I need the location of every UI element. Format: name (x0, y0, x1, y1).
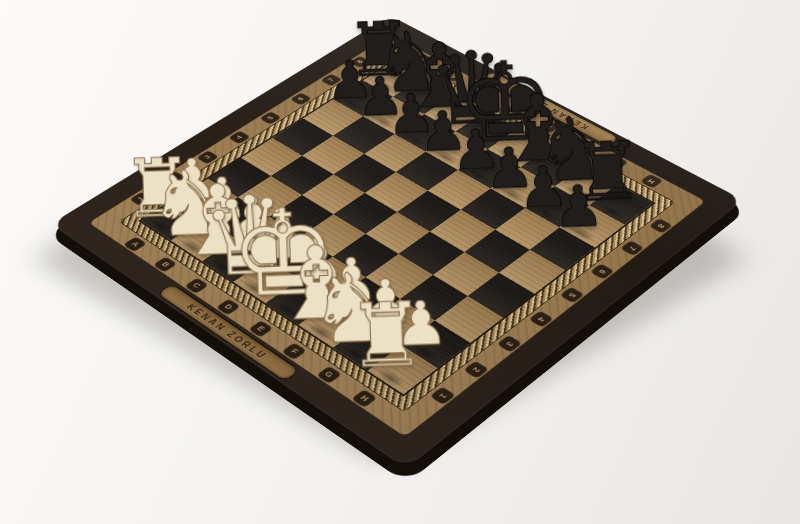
photo-stage: ABCDEFGH ABCDEFGH 87654321 87654321 KENA… (0, 0, 800, 524)
piece-white-rook-h1[interactable]: ♜ (308, 289, 465, 382)
board-tilt-wrapper: ABCDEFGH ABCDEFGH 87654321 87654321 KENA… (144, 0, 651, 465)
perspective-scene: ABCDEFGH ABCDEFGH 87654321 87654321 KENA… (144, 0, 651, 465)
piece-black-pawn-h7[interactable]: ♟ (507, 176, 651, 238)
chess-board: ABCDEFGH ABCDEFGH 87654321 87654321 KENA… (51, 15, 744, 468)
